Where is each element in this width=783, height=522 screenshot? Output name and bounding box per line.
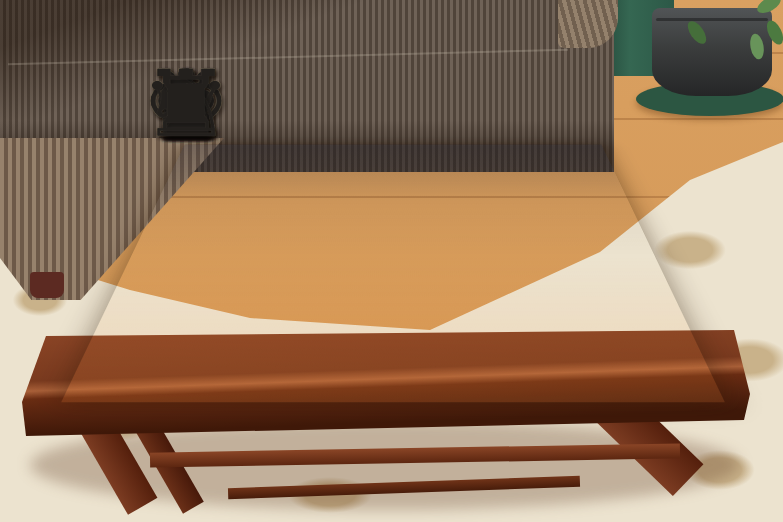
living-room-scene: ♜♞♝♚♛♝♞♜♟♟♟♟♟♟♟♟♟♟♟♟♟♟♟♟♜♞♝♚♛♝♞♜ bbox=[0, 0, 783, 522]
piece-black-rook[interactable]: ♜ bbox=[140, 66, 231, 141]
board-front-edge bbox=[61, 402, 725, 424]
couch-foot bbox=[30, 272, 64, 298]
